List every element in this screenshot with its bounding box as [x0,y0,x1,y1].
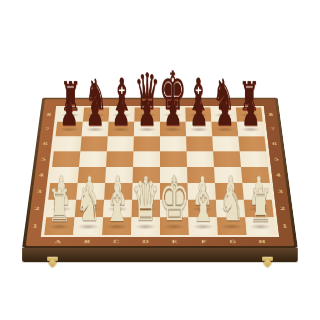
square-f1[interactable]: ♝ [188,217,217,235]
piece-white-bishop[interactable]: ♝ [90,180,144,228]
rank-label-6: 6 [267,136,282,151]
square-e6[interactable] [160,136,187,151]
brass-latch-left-icon [47,257,58,267]
square-a6[interactable] [54,136,82,151]
piece-white-rook[interactable]: ♜ [33,185,87,227]
board-front-edge [22,248,298,262]
square-c6[interactable] [107,136,134,151]
square-g6[interactable] [212,136,239,151]
rank-label-5: 5 [269,151,284,167]
square-a5[interactable] [52,151,80,167]
rank-label-5: 5 [36,151,51,167]
square-h6[interactable] [238,136,266,151]
square-g5[interactable] [213,151,241,167]
square-h1[interactable]: ♜ [245,217,275,235]
square-d5[interactable] [133,151,160,167]
square-b6[interactable] [80,136,107,151]
brass-latch-right-icon [262,257,273,267]
square-c1[interactable]: ♝ [102,217,131,235]
chess-board: ABCDEFGH ABCDEFGH 87654321 87654321 ♜♞♝♛… [22,98,298,248]
square-d6[interactable] [133,136,160,151]
square-a1[interactable]: ♜ [44,217,74,235]
square-f6[interactable] [186,136,213,151]
square-h5[interactable] [240,151,268,167]
piece-white-bishop[interactable]: ♝ [176,180,230,228]
square-h7[interactable]: ♟ [237,122,264,137]
square-f5[interactable] [187,151,214,167]
chess-set-photo: ABCDEFGH ABCDEFGH 87654321 87654321 ♜♞♝♛… [0,0,320,320]
rank-label-6: 6 [38,136,53,151]
piece-white-rook[interactable]: ♜ [234,185,288,227]
piece-black-pawn[interactable]: ♟ [227,96,276,131]
square-c5[interactable] [106,151,133,167]
square-b5[interactable] [79,151,107,167]
